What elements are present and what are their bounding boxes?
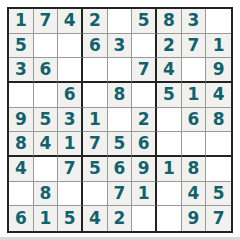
cell-r6c2[interactable]: 4 [34, 132, 59, 157]
cell-r3c7[interactable]: 4 [157, 58, 182, 83]
cell-r7c9[interactable] [206, 157, 231, 182]
cell-r8c4[interactable] [83, 182, 108, 207]
sudoku-board: 1742583563271367496851495312688417564756… [7, 7, 233, 233]
cell-r2c9[interactable]: 1 [206, 34, 231, 59]
page: 1742583563271367496851495312688417564756… [0, 0, 240, 240]
cell-r1c1[interactable]: 1 [9, 9, 34, 34]
cell-r4c5[interactable]: 8 [108, 83, 133, 108]
cell-r7c7[interactable]: 1 [157, 157, 182, 182]
cell-r9c9[interactable]: 7 [206, 206, 231, 231]
cell-r3c5[interactable] [108, 58, 133, 83]
cell-r8c9[interactable]: 5 [206, 182, 231, 207]
cell-r9c4[interactable]: 4 [83, 206, 108, 231]
cell-r3c2[interactable]: 6 [34, 58, 59, 83]
cell-r8c7[interactable] [157, 182, 182, 207]
cell-r4c6[interactable] [132, 83, 157, 108]
cell-r1c7[interactable]: 8 [157, 9, 182, 34]
cell-r5c3[interactable]: 3 [58, 108, 83, 133]
cell-r1c6[interactable]: 5 [132, 9, 157, 34]
cell-r3c9[interactable]: 9 [206, 58, 231, 83]
cell-r2c4[interactable]: 6 [83, 34, 108, 59]
cell-r2c8[interactable]: 7 [182, 34, 207, 59]
cell-r6c5[interactable]: 5 [108, 132, 133, 157]
cell-r4c9[interactable]: 4 [206, 83, 231, 108]
cell-r9c7[interactable] [157, 206, 182, 231]
cell-r7c6[interactable]: 9 [132, 157, 157, 182]
cell-r5c7[interactable] [157, 108, 182, 133]
cell-r6c7[interactable] [157, 132, 182, 157]
cell-r6c4[interactable]: 7 [83, 132, 108, 157]
cell-r5c1[interactable]: 9 [9, 108, 34, 133]
cell-r4c1[interactable] [9, 83, 34, 108]
cell-r1c3[interactable]: 4 [58, 9, 83, 34]
cell-r1c8[interactable]: 3 [182, 9, 207, 34]
cell-r1c2[interactable]: 7 [34, 9, 59, 34]
cell-r2c3[interactable] [58, 34, 83, 59]
cell-r5c2[interactable]: 5 [34, 108, 59, 133]
cell-r7c4[interactable]: 5 [83, 157, 108, 182]
cell-r2c7[interactable]: 2 [157, 34, 182, 59]
cell-r3c1[interactable]: 3 [9, 58, 34, 83]
cell-r9c1[interactable]: 6 [9, 206, 34, 231]
cell-r9c6[interactable] [132, 206, 157, 231]
cell-r8c1[interactable] [9, 182, 34, 207]
cell-r3c6[interactable]: 7 [132, 58, 157, 83]
cell-r5c6[interactable]: 2 [132, 108, 157, 133]
cell-r2c5[interactable]: 3 [108, 34, 133, 59]
cell-r6c3[interactable]: 1 [58, 132, 83, 157]
cell-r5c9[interactable]: 8 [206, 108, 231, 133]
cell-r6c1[interactable]: 8 [9, 132, 34, 157]
cell-r1c9[interactable] [206, 9, 231, 34]
cell-r4c7[interactable]: 5 [157, 83, 182, 108]
cell-r1c5[interactable] [108, 9, 133, 34]
cell-r9c2[interactable]: 1 [34, 206, 59, 231]
cell-r7c8[interactable]: 8 [182, 157, 207, 182]
cell-r7c5[interactable]: 6 [108, 157, 133, 182]
cell-r3c3[interactable] [58, 58, 83, 83]
cell-r8c5[interactable]: 7 [108, 182, 133, 207]
cell-r8c3[interactable] [58, 182, 83, 207]
cell-r8c6[interactable]: 1 [132, 182, 157, 207]
cell-r7c2[interactable] [34, 157, 59, 182]
cell-r8c8[interactable]: 4 [182, 182, 207, 207]
cell-r4c3[interactable]: 6 [58, 83, 83, 108]
cell-r9c3[interactable]: 5 [58, 206, 83, 231]
cell-r2c1[interactable]: 5 [9, 34, 34, 59]
cell-r8c2[interactable]: 8 [34, 182, 59, 207]
cell-r6c6[interactable]: 6 [132, 132, 157, 157]
cell-r3c4[interactable] [83, 58, 108, 83]
cell-r4c8[interactable]: 1 [182, 83, 207, 108]
cell-r3c8[interactable] [182, 58, 207, 83]
cell-r7c3[interactable]: 7 [58, 157, 83, 182]
cell-r5c4[interactable]: 1 [83, 108, 108, 133]
cell-r5c5[interactable] [108, 108, 133, 133]
cell-r6c9[interactable] [206, 132, 231, 157]
cell-r2c2[interactable] [34, 34, 59, 59]
cell-r1c4[interactable]: 2 [83, 9, 108, 34]
cell-r2c6[interactable] [132, 34, 157, 59]
cell-r5c8[interactable]: 6 [182, 108, 207, 133]
cell-r9c8[interactable]: 9 [182, 206, 207, 231]
cell-r7c1[interactable]: 4 [9, 157, 34, 182]
cell-r4c4[interactable] [83, 83, 108, 108]
cell-r6c8[interactable] [182, 132, 207, 157]
cell-r4c2[interactable] [34, 83, 59, 108]
cell-r9c5[interactable]: 2 [108, 206, 133, 231]
